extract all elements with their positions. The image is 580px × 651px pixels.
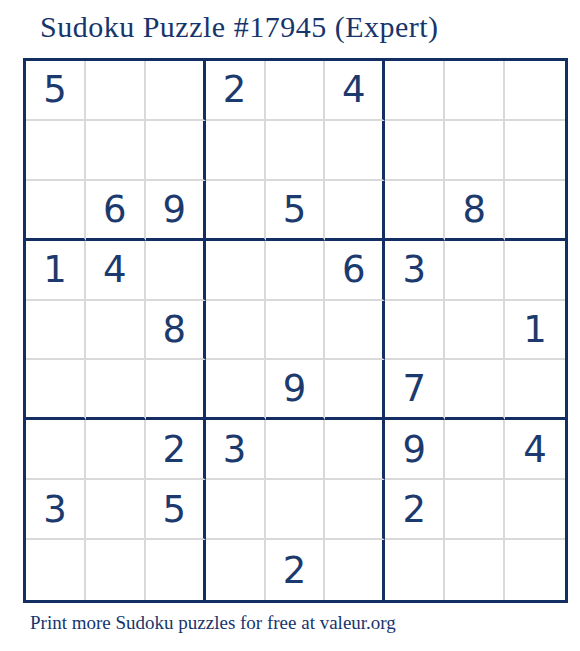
cell-r7c4: 3 [206,420,266,480]
cell-r5c6 [325,301,385,361]
cell-r2c6 [325,121,385,181]
cell-r7c5 [266,420,326,480]
cell-r7c3: 2 [146,420,206,480]
cell-r5c8 [445,301,505,361]
cell-r1c4: 2 [206,61,266,121]
cell-r3c8: 8 [445,181,505,241]
cell-r5c5 [266,301,326,361]
cell-r4c7: 3 [385,241,445,301]
cell-r8c5 [266,480,326,540]
cell-r2c2 [86,121,146,181]
cell-r7c7: 9 [385,420,445,480]
cell-r5c9: 1 [505,301,565,361]
cell-r8c6 [325,480,385,540]
cell-r2c4 [206,121,266,181]
cell-r4c8 [445,241,505,301]
cell-r3c3: 9 [146,181,206,241]
cell-r8c8 [445,480,505,540]
cell-r9c1 [26,540,86,600]
cell-r9c5: 2 [266,540,326,600]
cell-r6c9 [505,360,565,420]
cell-r9c4 [206,540,266,600]
cell-r6c1 [26,360,86,420]
cell-r6c2 [86,360,146,420]
cell-r7c9: 4 [505,420,565,480]
cell-r2c9 [505,121,565,181]
cell-r4c2: 4 [86,241,146,301]
cell-r4c9 [505,241,565,301]
cell-r4c3 [146,241,206,301]
cell-r8c2 [86,480,146,540]
cell-r2c7 [385,121,445,181]
cell-r3c4 [206,181,266,241]
cell-r1c2 [86,61,146,121]
cell-r3c5: 5 [266,181,326,241]
cell-r8c7: 2 [385,480,445,540]
cell-r9c8 [445,540,505,600]
cell-r4c1: 1 [26,241,86,301]
cell-r1c9 [505,61,565,121]
cell-r8c9 [505,480,565,540]
cell-r5c2 [86,301,146,361]
cell-r2c3 [146,121,206,181]
cell-r1c1: 5 [26,61,86,121]
cell-r1c8 [445,61,505,121]
cell-r9c9 [505,540,565,600]
cell-r6c6 [325,360,385,420]
cell-r1c3 [146,61,206,121]
cell-r4c6: 6 [325,241,385,301]
cell-r9c6 [325,540,385,600]
footer-text: Print more Sudoku puzzles for free at va… [30,612,396,634]
cell-r6c5: 9 [266,360,326,420]
cell-r3c2: 6 [86,181,146,241]
sudoku-board: 52469581463819723943522 [23,58,568,603]
cell-r9c2 [86,540,146,600]
cell-r9c3 [146,540,206,600]
cell-r7c2 [86,420,146,480]
cell-r3c9 [505,181,565,241]
cell-r8c1: 3 [26,480,86,540]
cell-r3c7 [385,181,445,241]
sudoku-print-page: Sudoku Puzzle #17945 (Expert) 5246958146… [0,0,580,651]
cell-r7c1 [26,420,86,480]
cell-r2c8 [445,121,505,181]
cell-r2c1 [26,121,86,181]
cell-r5c4 [206,301,266,361]
cell-r8c3: 5 [146,480,206,540]
cell-r6c3 [146,360,206,420]
cell-r5c3: 8 [146,301,206,361]
cell-r3c6 [325,181,385,241]
cell-r2c5 [266,121,326,181]
cell-r5c7 [385,301,445,361]
cell-r1c5 [266,61,326,121]
cell-r7c6 [325,420,385,480]
cell-r7c8 [445,420,505,480]
cell-r1c7 [385,61,445,121]
page-title: Sudoku Puzzle #17945 (Expert) [40,10,439,44]
cell-r5c1 [26,301,86,361]
cell-r4c4 [206,241,266,301]
cell-r4c5 [266,241,326,301]
cell-r6c7: 7 [385,360,445,420]
cell-r1c6: 4 [325,61,385,121]
cell-r8c4 [206,480,266,540]
cell-r6c4 [206,360,266,420]
cell-r6c8 [445,360,505,420]
cell-r9c7 [385,540,445,600]
cell-r3c1 [26,181,86,241]
